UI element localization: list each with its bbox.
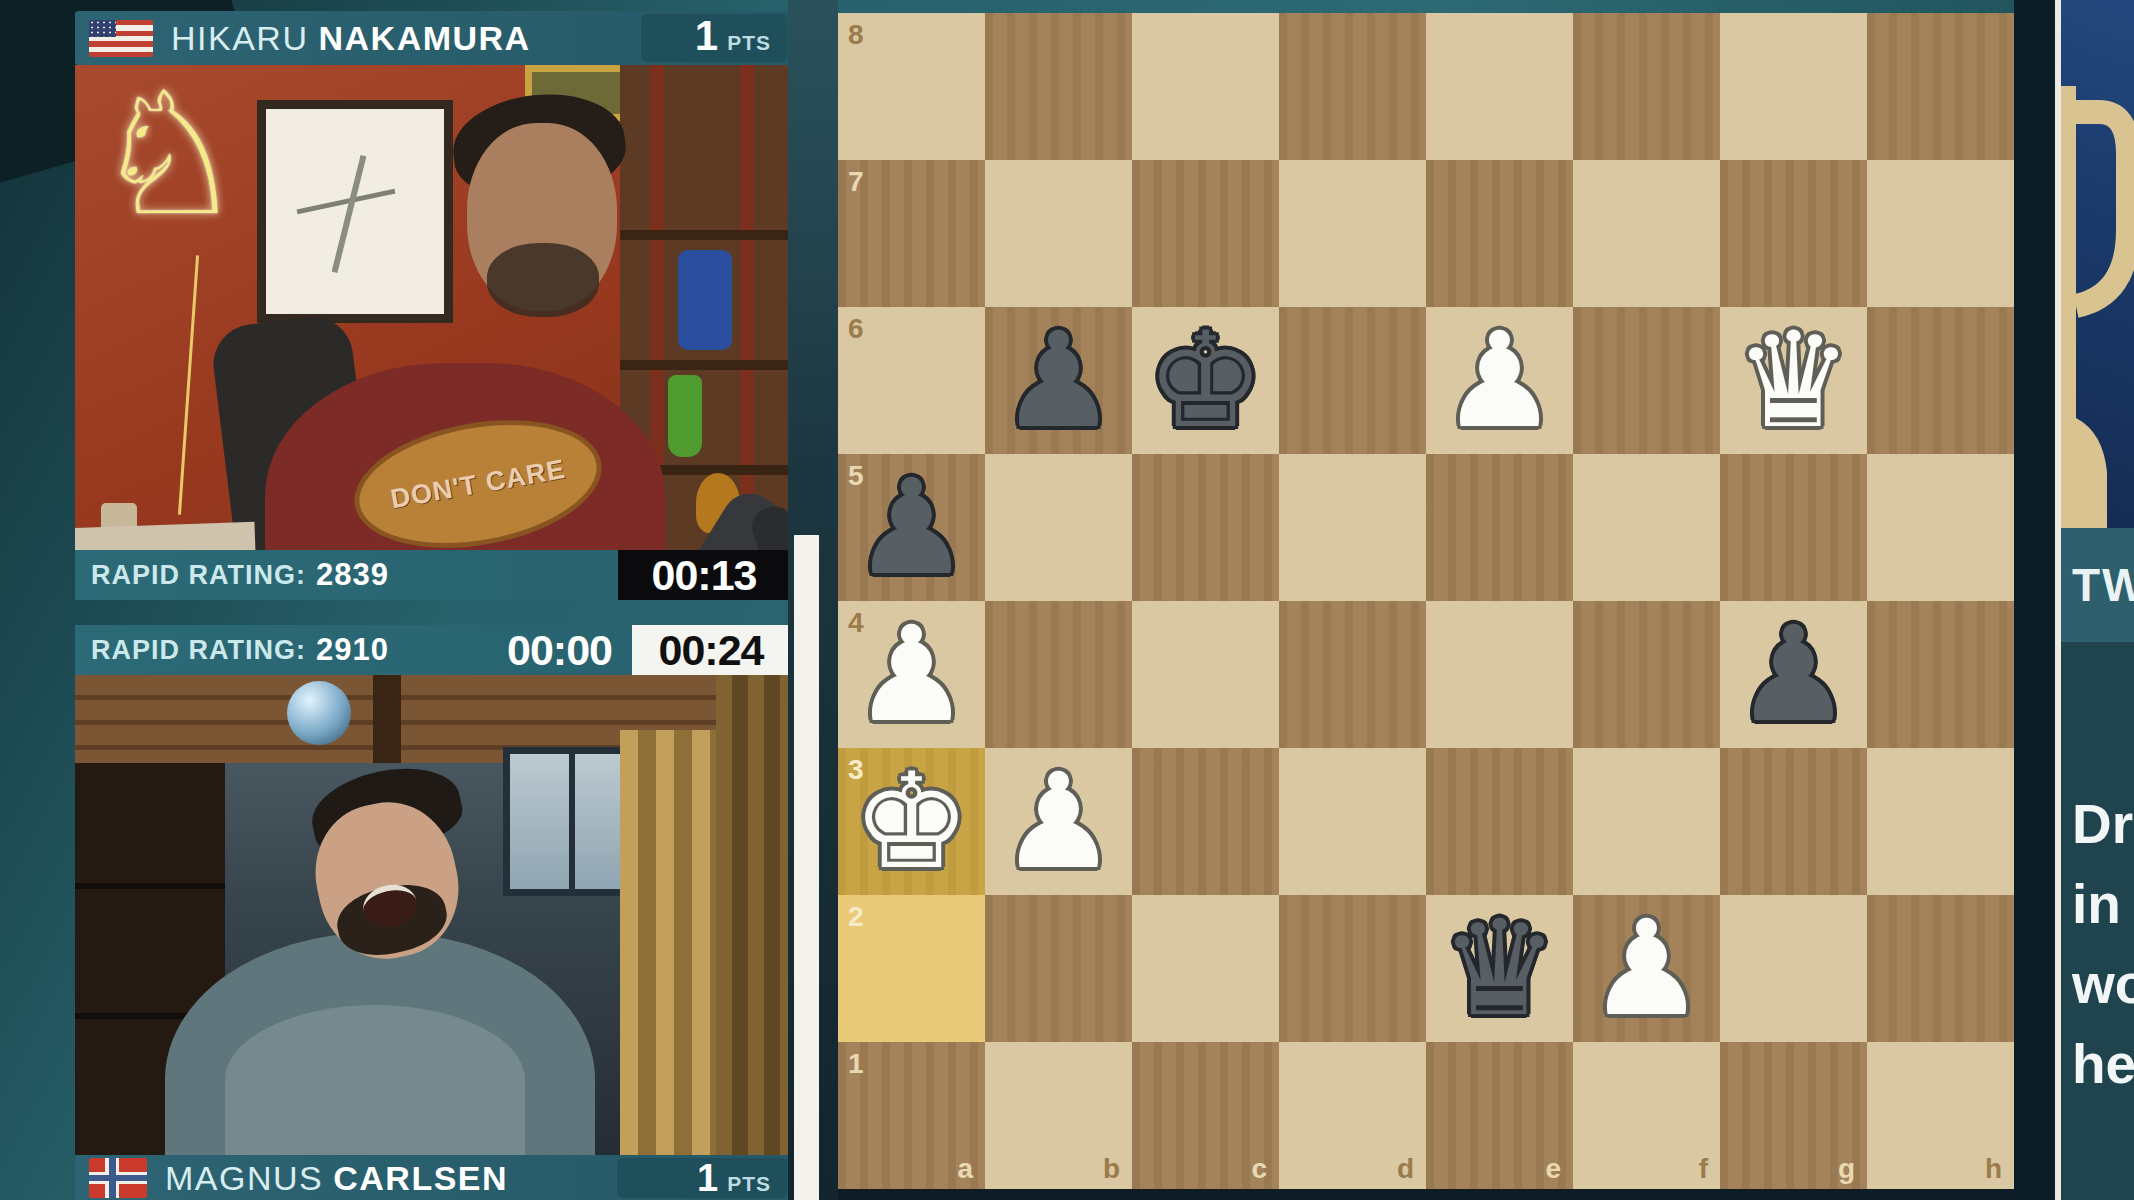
- player-name-bottom: MAGNUSCARLSEN: [165, 1159, 508, 1198]
- rank-label-7: 7: [848, 166, 864, 198]
- broadcast-frame: HIKARUNAKAMURA 1 PTS ♘ DON'T CARE: [0, 0, 2134, 1200]
- white-pawn-a4: ♟: [838, 601, 985, 748]
- square-b8: [985, 13, 1132, 160]
- square-c2: [1132, 895, 1279, 1042]
- square-g4: ♟: [1720, 601, 1867, 748]
- square-h6: [1867, 307, 2014, 454]
- picture-frame: [257, 100, 453, 323]
- file-label-a: a: [957, 1153, 973, 1185]
- us-flag-icon: [89, 20, 153, 57]
- square-d2: [1279, 895, 1426, 1042]
- rating-label: RAPID RATING:: [91, 635, 306, 666]
- square-f2: ♟: [1573, 895, 1720, 1042]
- square-b3: ♟: [985, 748, 1132, 895]
- square-a5: 5♟: [838, 454, 985, 601]
- chess-board: 876♟♚♟♛5♟4♟♟3♚♟2♛♟1abcdefgh: [838, 13, 2014, 1189]
- black-king-c6: ♚: [1132, 307, 1279, 454]
- board-bottom-edge: [838, 1189, 2014, 1200]
- white-queen-g6: ♛: [1720, 307, 1867, 454]
- points-badge-bottom: 1 PTS: [617, 1158, 787, 1198]
- ceiling-beam: [373, 675, 401, 763]
- square-a4: 4♟: [838, 601, 985, 748]
- window: [503, 747, 635, 896]
- square-c8: [1132, 13, 1279, 160]
- side-panel-teaser: Dr in wo he: [2061, 642, 2134, 1200]
- file-label-d: d: [1397, 1153, 1414, 1185]
- white-pawn-e6: ♟: [1426, 307, 1573, 454]
- side-curtain: [716, 675, 790, 1155]
- square-d6: [1279, 307, 1426, 454]
- square-e2: ♛: [1426, 895, 1573, 1042]
- square-h1: h: [1867, 1042, 2014, 1189]
- secondary-clock-carlsen: 00:00: [507, 625, 612, 675]
- square-a7: 7: [838, 160, 985, 307]
- blue-shelf-object: [678, 250, 732, 350]
- square-d1: d: [1279, 1042, 1426, 1189]
- teaser-line: he: [2072, 1024, 2134, 1104]
- norway-flag-icon: [89, 1158, 147, 1198]
- square-c3: [1132, 748, 1279, 895]
- square-g3: [1720, 748, 1867, 895]
- square-e5: [1426, 454, 1573, 601]
- square-h4: [1867, 601, 2014, 748]
- square-d7: [1279, 160, 1426, 307]
- points-value: 1: [697, 1158, 718, 1198]
- player-bar-carlsen: MAGNUSCARLSEN 1 PTS: [75, 1155, 790, 1200]
- black-pawn-g4: ♟: [1720, 601, 1867, 748]
- square-c7: [1132, 160, 1279, 307]
- square-e6: ♟: [1426, 307, 1573, 454]
- white-pawn-b3: ♟: [985, 748, 1132, 895]
- square-e4: [1426, 601, 1573, 748]
- square-d4: [1279, 601, 1426, 748]
- neon-knight-sign-icon: ♘: [93, 65, 245, 253]
- hoodie-fold: [225, 1005, 525, 1155]
- rating-value: 2910: [316, 632, 389, 668]
- rank-label-1: 1: [848, 1048, 864, 1080]
- file-label-g: g: [1838, 1153, 1855, 1185]
- square-b2: [985, 895, 1132, 1042]
- rating-bar-nakamura: RAPID RATING: 2839 00:13: [75, 550, 790, 600]
- square-f5: [1573, 454, 1720, 601]
- black-queen-e2: ♛: [1426, 895, 1573, 1042]
- square-f4: [1573, 601, 1720, 748]
- square-h3: [1867, 748, 2014, 895]
- square-e8: [1426, 13, 1573, 160]
- square-h2: [1867, 895, 2014, 1042]
- side-panel-band: TW: [2061, 528, 2134, 642]
- square-f6: [1573, 307, 1720, 454]
- square-g5: [1720, 454, 1867, 601]
- file-label-b: b: [1103, 1153, 1120, 1185]
- square-e7: [1426, 160, 1573, 307]
- square-b6: ♟: [985, 307, 1132, 454]
- file-label-e: e: [1545, 1153, 1561, 1185]
- square-g2: [1720, 895, 1867, 1042]
- white-pawn-f2: ♟: [1573, 895, 1720, 1042]
- square-a8: 8: [838, 13, 985, 160]
- clock-nakamura: 00:13: [618, 550, 790, 600]
- square-h8: [1867, 13, 2014, 160]
- square-h7: [1867, 160, 2014, 307]
- square-b4: [985, 601, 1132, 748]
- side-panel-logo-area: [2061, 0, 2134, 528]
- square-a1: 1a: [838, 1042, 985, 1189]
- square-g7: [1720, 160, 1867, 307]
- square-f1: f: [1573, 1042, 1720, 1189]
- points-value: 1: [695, 14, 718, 58]
- square-c1: c: [1132, 1042, 1279, 1189]
- square-a2: 2: [838, 895, 985, 1042]
- square-c4: [1132, 601, 1279, 748]
- square-d3: [1279, 748, 1426, 895]
- neon-sign-cable: [178, 255, 199, 515]
- teaser-line: in: [2072, 864, 2134, 944]
- points-unit: PTS: [727, 1172, 771, 1196]
- black-pawn-a5: ♟: [838, 454, 985, 601]
- green-vase: [668, 375, 702, 457]
- square-a3: 3♚: [838, 748, 985, 895]
- partial-gold-logo-icon: [2061, 0, 2134, 528]
- square-b7: [985, 160, 1132, 307]
- square-g8: [1720, 13, 1867, 160]
- rating-label: RAPID RATING:: [91, 560, 306, 591]
- board-right-gap: [2014, 0, 2058, 1200]
- rating-bar-carlsen: RAPID RATING: 2910 00:00 00:24: [75, 625, 790, 675]
- player-name-top: HIKARUNAKAMURA: [171, 19, 531, 58]
- white-divider-bar: [794, 535, 819, 1200]
- side-panel: TW Dr in wo he: [2061, 0, 2134, 1200]
- square-f7: [1573, 160, 1720, 307]
- square-c6: ♚: [1132, 307, 1279, 454]
- square-d5: [1279, 454, 1426, 601]
- carlsen-webcam: [75, 675, 790, 1155]
- band-text: TW: [2072, 558, 2134, 612]
- rank-label-2: 2: [848, 901, 864, 933]
- square-c5: [1132, 454, 1279, 601]
- points-badge-top: 1 PTS: [641, 14, 787, 62]
- points-unit: PTS: [727, 31, 771, 55]
- square-e1: e: [1426, 1042, 1573, 1189]
- teaser-line: wo: [2072, 944, 2134, 1024]
- rating-value: 2839: [316, 557, 389, 593]
- gold-curtain: [620, 730, 716, 1155]
- player-bar-nakamura: HIKARUNAKAMURA 1 PTS: [75, 11, 790, 65]
- disco-ball-icon: [287, 681, 351, 745]
- square-g6: ♛: [1720, 307, 1867, 454]
- nakamura-beard: [487, 243, 599, 317]
- rank-label-8: 8: [848, 19, 864, 51]
- file-label-c: c: [1251, 1153, 1267, 1185]
- file-label-h: h: [1985, 1153, 2002, 1185]
- square-e3: [1426, 748, 1573, 895]
- square-g1: g: [1720, 1042, 1867, 1189]
- square-h5: [1867, 454, 2014, 601]
- square-a6: 6: [838, 307, 985, 454]
- black-pawn-b6: ♟: [985, 307, 1132, 454]
- square-d8: [1279, 13, 1426, 160]
- tshirt-text: DON'T CARE: [388, 453, 568, 514]
- clock-carlsen: 00:24: [632, 625, 790, 675]
- file-label-f: f: [1699, 1153, 1708, 1185]
- square-f8: [1573, 13, 1720, 160]
- white-king-a3: ♚: [838, 748, 985, 895]
- rank-label-6: 6: [848, 313, 864, 345]
- square-b1: b: [985, 1042, 1132, 1189]
- teaser-line: Dr: [2072, 784, 2134, 864]
- nakamura-webcam: ♘ DON'T CARE: [75, 65, 790, 550]
- square-b5: [985, 454, 1132, 601]
- square-f3: [1573, 748, 1720, 895]
